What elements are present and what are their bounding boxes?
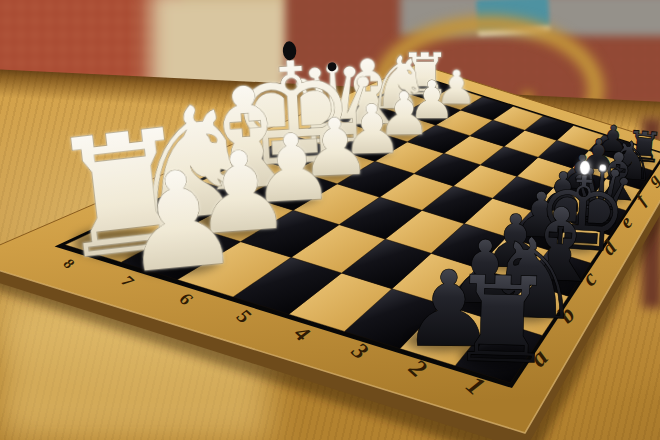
chess-board[interactable]: 12345678abcdefgh♜♟♞♟♝♟♛♟♟♚♜♟♟♞♝♟♟♝♞♟♛♟♟♜…	[0, 0, 660, 440]
svg-text:♟: ♟	[113, 139, 246, 304]
piece-black-rook-a1[interactable]: ♜	[447, 250, 557, 391]
svg-text:♜: ♜	[447, 250, 557, 391]
chess-scene: 12345678abcdefgh♜♟♞♟♝♟♛♟♟♚♜♟♟♞♝♟♟♝♞♟♛♟♟♜…	[0, 0, 660, 440]
piece-white-pawn-a7[interactable]: ♟	[113, 139, 246, 304]
